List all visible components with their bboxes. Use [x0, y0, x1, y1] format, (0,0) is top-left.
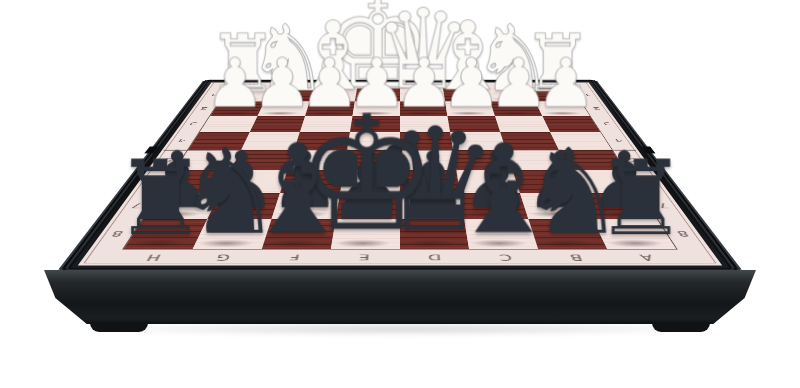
square-c8[interactable]: ♝	[464, 219, 538, 249]
product-photo-chess-set: HGFEDCBA1♜♞♝♚♛♝♞♜12♟♟♟♟♟♟♟♟2334455667♟♟♟…	[0, 0, 800, 388]
piece-black-bishop-c8[interactable]: ♝	[448, 133, 558, 246]
file-label-near-E: E	[328, 249, 400, 265]
file-label-text: B	[568, 253, 583, 261]
square-f8[interactable]: ♝	[262, 219, 336, 249]
file-label-text: D	[428, 253, 442, 261]
file-label-text: G	[216, 253, 233, 261]
file-label-text: A	[638, 253, 655, 261]
file-label-near-F: F	[256, 249, 330, 265]
file-label-near-H: H	[113, 249, 193, 265]
case-front	[44, 270, 756, 324]
file-label-text: E	[359, 253, 371, 261]
file-label-text: H	[145, 253, 163, 261]
piece-black-bishop-f8[interactable]: ♝	[242, 133, 352, 246]
chess-board: HGFEDCBA1♜♞♝♚♛♝♞♜12♟♟♟♟♟♟♟♟2334455667♟♟♟…	[78, 82, 722, 265]
file-label-near-C: C	[469, 249, 543, 265]
file-label-text: C	[499, 253, 513, 261]
board-face: HGFEDCBA1♜♞♝♚♛♝♞♜12♟♟♟♟♟♟♟♟2334455667♟♟♟…	[78, 82, 722, 265]
file-label-near-A: A	[607, 249, 687, 265]
file-label-near-B: B	[538, 249, 615, 265]
square-a2[interactable]: ♟	[535, 101, 590, 115]
floor-shadow	[70, 322, 730, 336]
piece-white-pawn-a2[interactable]: ♟	[535, 52, 596, 114]
file-label-text: F	[288, 253, 300, 261]
file-label-near-D: D	[400, 249, 472, 265]
file-label-near-G: G	[185, 249, 262, 265]
chess-board-3d: HGFEDCBA1♜♞♝♚♛♝♞♜12♟♟♟♟♟♟♟♟2334455667♟♟♟…	[55, 80, 744, 274]
